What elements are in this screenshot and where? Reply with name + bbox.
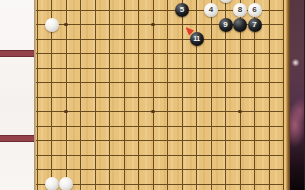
stone-white-R17: 6 (248, 3, 262, 17)
stone-white-P18 (219, 0, 233, 3)
stone-white-Q17: 8 (233, 3, 247, 17)
stone-white-C5 (45, 177, 59, 190)
stone-black-M17: 5 (175, 3, 189, 17)
stone-white-O17: 4 (204, 3, 218, 17)
move-number: 7 (248, 18, 262, 32)
app-canvas: 54869711 (0, 0, 304, 190)
stone-black-P16: 9 (219, 18, 233, 32)
stone-white-D5 (59, 177, 73, 190)
move-number: 9 (219, 18, 233, 32)
left-panel (0, 0, 34, 190)
move-number: 6 (248, 3, 262, 17)
move-number: 8 (233, 3, 247, 17)
stone-black-Q16 (233, 18, 247, 32)
board-left-edge (34, 0, 37, 190)
panel-bar-top (0, 50, 34, 57)
stones-layer: 54869711 (0, 0, 304, 190)
move-number: 4 (204, 3, 218, 17)
stone-black-R16: 7 (248, 18, 262, 32)
video-background (290, 0, 305, 190)
move-number: 11 (190, 32, 204, 46)
stone-black-N15: 11 (190, 32, 204, 46)
move-number: 5 (175, 3, 189, 17)
stone-white-C16 (45, 18, 59, 32)
panel-bar-bottom (0, 135, 34, 142)
